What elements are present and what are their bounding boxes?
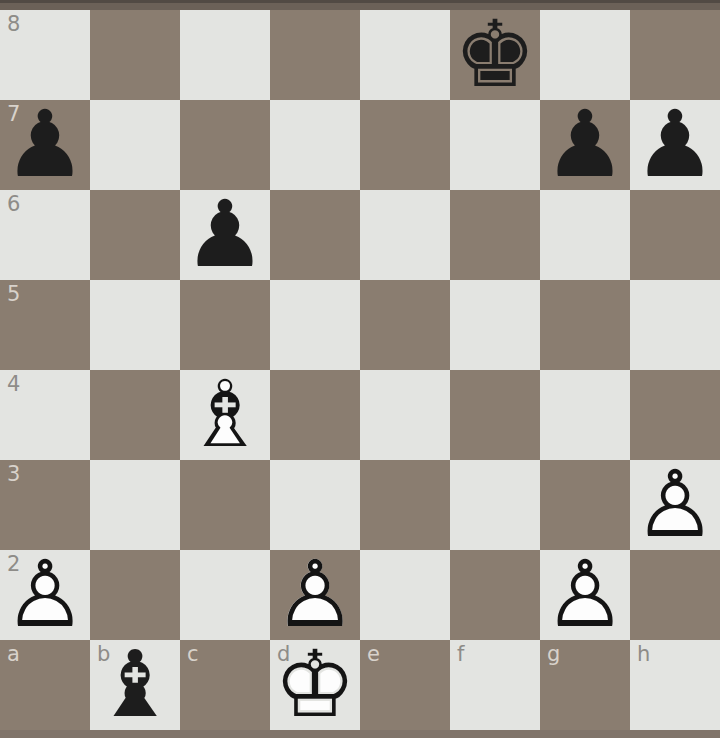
black-king-icon: ♚ <box>450 10 540 100</box>
square-b1[interactable]: b♝ <box>90 640 180 730</box>
white-pawn-icon: ♙ <box>630 460 720 550</box>
square-c2[interactable] <box>180 550 270 640</box>
white-bishop-icon: ♗ <box>180 370 270 460</box>
square-g6[interactable] <box>540 190 630 280</box>
square-g4[interactable] <box>540 370 630 460</box>
square-a7[interactable]: 7♟ <box>0 100 90 190</box>
white-pawn-icon: ♙ <box>540 550 630 640</box>
square-f3[interactable] <box>450 460 540 550</box>
file-label-e: e <box>367 642 380 666</box>
black-pawn-icon: ♟ <box>0 100 90 190</box>
square-a5[interactable]: 5 <box>0 280 90 370</box>
black-pawn-icon: ♟ <box>540 100 630 190</box>
black-pawn-c6[interactable]: ♟ <box>180 190 270 280</box>
square-e6[interactable] <box>360 190 450 280</box>
square-h1[interactable]: h <box>630 640 720 730</box>
white-pawn-icon: ♙ <box>0 550 90 640</box>
square-d2[interactable]: ♟♙ <box>270 550 360 640</box>
square-g8[interactable] <box>540 10 630 100</box>
square-h3[interactable]: ♟♙ <box>630 460 720 550</box>
square-a3[interactable]: 3 <box>0 460 90 550</box>
square-d8[interactable] <box>270 10 360 100</box>
square-d5[interactable] <box>270 280 360 370</box>
chess-board: 8♚7♟♟♟6♟54♝♗3♟♙2♟♙♟♙♟♙ab♝cd♚♔efgh <box>0 10 720 730</box>
square-f6[interactable] <box>450 190 540 280</box>
square-d7[interactable] <box>270 100 360 190</box>
white-pawn-d2[interactable]: ♟♙ <box>270 550 360 640</box>
square-b5[interactable] <box>90 280 180 370</box>
black-bishop-b1[interactable]: ♝ <box>90 640 180 730</box>
square-c4[interactable]: ♝♗ <box>180 370 270 460</box>
square-d6[interactable] <box>270 190 360 280</box>
white-king-d1[interactable]: ♚♔ <box>270 640 360 730</box>
square-a4[interactable]: 4 <box>0 370 90 460</box>
square-h6[interactable] <box>630 190 720 280</box>
square-e5[interactable] <box>360 280 450 370</box>
square-e3[interactable] <box>360 460 450 550</box>
black-pawn-a7[interactable]: ♟ <box>0 100 90 190</box>
black-pawn-icon: ♟ <box>630 100 720 190</box>
square-e2[interactable] <box>360 550 450 640</box>
square-b6[interactable] <box>90 190 180 280</box>
square-a8[interactable]: 8 <box>0 10 90 100</box>
square-d1[interactable]: d♚♔ <box>270 640 360 730</box>
square-b7[interactable] <box>90 100 180 190</box>
square-g5[interactable] <box>540 280 630 370</box>
square-f5[interactable] <box>450 280 540 370</box>
square-h5[interactable] <box>630 280 720 370</box>
black-pawn-icon: ♟ <box>180 190 270 280</box>
white-bishop-c4[interactable]: ♝♗ <box>180 370 270 460</box>
square-f7[interactable] <box>450 100 540 190</box>
square-h7[interactable]: ♟ <box>630 100 720 190</box>
file-label-a: a <box>7 642 20 666</box>
square-c8[interactable] <box>180 10 270 100</box>
square-c6[interactable]: ♟ <box>180 190 270 280</box>
white-pawn-icon: ♙ <box>270 550 360 640</box>
square-f4[interactable] <box>450 370 540 460</box>
black-pawn-g7[interactable]: ♟ <box>540 100 630 190</box>
chess-app: 8♚7♟♟♟6♟54♝♗3♟♙2♟♙♟♙♟♙ab♝cd♚♔efgh <box>0 0 720 738</box>
square-d4[interactable] <box>270 370 360 460</box>
square-g7[interactable]: ♟ <box>540 100 630 190</box>
file-label-h: h <box>637 642 650 666</box>
file-label-c: c <box>187 642 199 666</box>
rank-label-8: 8 <box>7 12 20 36</box>
square-c1[interactable]: c <box>180 640 270 730</box>
square-h4[interactable] <box>630 370 720 460</box>
square-b8[interactable] <box>90 10 180 100</box>
black-bishop-icon: ♝ <box>90 640 180 730</box>
square-a6[interactable]: 6 <box>0 190 90 280</box>
square-g2[interactable]: ♟♙ <box>540 550 630 640</box>
square-g1[interactable]: g <box>540 640 630 730</box>
square-a2[interactable]: 2♟♙ <box>0 550 90 640</box>
black-pawn-h7[interactable]: ♟ <box>630 100 720 190</box>
square-e8[interactable] <box>360 10 450 100</box>
square-h2[interactable] <box>630 550 720 640</box>
square-b4[interactable] <box>90 370 180 460</box>
board-top-edge <box>0 0 720 10</box>
square-f1[interactable]: f <box>450 640 540 730</box>
square-h8[interactable] <box>630 10 720 100</box>
square-e1[interactable]: e <box>360 640 450 730</box>
square-a1[interactable]: a <box>0 640 90 730</box>
square-f8[interactable]: ♚ <box>450 10 540 100</box>
square-c3[interactable] <box>180 460 270 550</box>
rank-label-3: 3 <box>7 462 20 486</box>
white-pawn-a2[interactable]: ♟♙ <box>0 550 90 640</box>
rank-label-5: 5 <box>7 282 20 306</box>
white-pawn-g2[interactable]: ♟♙ <box>540 550 630 640</box>
square-f2[interactable] <box>450 550 540 640</box>
square-g3[interactable] <box>540 460 630 550</box>
white-pawn-h3[interactable]: ♟♙ <box>630 460 720 550</box>
square-b2[interactable] <box>90 550 180 640</box>
file-label-f: f <box>457 642 464 666</box>
rank-label-6: 6 <box>7 192 20 216</box>
black-king-f8[interactable]: ♚ <box>450 10 540 100</box>
square-d3[interactable] <box>270 460 360 550</box>
square-b3[interactable] <box>90 460 180 550</box>
white-king-icon: ♔ <box>270 640 360 730</box>
square-c7[interactable] <box>180 100 270 190</box>
file-label-g: g <box>547 642 560 666</box>
square-e4[interactable] <box>360 370 450 460</box>
square-c5[interactable] <box>180 280 270 370</box>
square-e7[interactable] <box>360 100 450 190</box>
rank-label-4: 4 <box>7 372 20 396</box>
